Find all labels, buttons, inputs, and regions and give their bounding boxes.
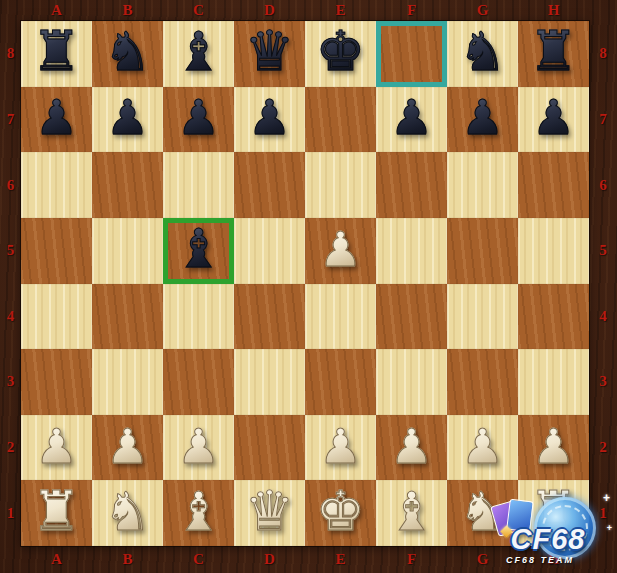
rank-label-right-5: 5 [589,218,617,284]
square-g3[interactable] [447,349,518,415]
rank-label-left-2: 2 [0,415,21,481]
file-label-top-c: C [163,0,234,21]
rank-label-left-7: 7 [0,87,21,153]
square-a6[interactable] [21,152,92,218]
piece-black-pawn[interactable]: ♟ [390,93,433,141]
square-c2[interactable]: ♟ [163,415,234,481]
cf68-team-text: CF68 TEAM [506,555,574,565]
piece-white-pawn[interactable]: ♟ [319,225,362,273]
rank-label-right-2: 2 [589,415,617,481]
piece-black-pawn[interactable]: ♟ [532,93,575,141]
square-b8[interactable]: ♞ [92,21,163,87]
piece-black-pawn[interactable]: ♟ [35,93,78,141]
square-h4[interactable] [518,284,589,350]
square-g4[interactable] [447,284,518,350]
rank-label-right-8: 8 [589,21,617,87]
file-label-bottom-d: D [234,546,305,573]
square-a5[interactable] [21,218,92,284]
square-c3[interactable] [163,349,234,415]
square-g2[interactable]: ♟ [447,415,518,481]
square-a8[interactable]: ♜ [21,21,92,87]
square-e7[interactable] [305,87,376,153]
square-a4[interactable] [21,284,92,350]
piece-white-rook[interactable]: ♜ [32,484,81,539]
cf68-watermark: CF68 CF68 TEAM + + [492,493,612,568]
square-e5[interactable]: ♟ [305,218,376,284]
file-label-top-f: F [376,0,447,21]
file-label-top-g: G [447,0,518,21]
rank-label-left-6: 6 [0,152,21,218]
square-d3[interactable] [234,349,305,415]
rank-label-left-4: 4 [0,284,21,350]
square-b4[interactable] [92,284,163,350]
piece-white-knight[interactable]: ♞ [104,485,152,538]
piece-black-king[interactable]: ♚ [316,24,365,79]
file-label-top-h: H [518,0,589,21]
square-d8[interactable]: ♛ [234,21,305,87]
square-f8-highlighted[interactable] [376,21,447,87]
piece-white-pawn[interactable]: ♟ [461,422,504,470]
piece-white-bishop[interactable]: ♝ [388,485,436,538]
piece-black-pawn[interactable]: ♟ [177,93,220,141]
square-b5[interactable] [92,218,163,284]
square-c6[interactable] [163,152,234,218]
square-h3[interactable] [518,349,589,415]
piece-white-pawn[interactable]: ♟ [35,422,78,470]
square-d6[interactable] [234,152,305,218]
square-c4[interactable] [163,284,234,350]
square-c5-highlighted[interactable]: ♝ [163,218,234,284]
square-f4[interactable] [376,284,447,350]
file-label-top-e: E [305,0,376,21]
piece-black-rook[interactable]: ♜ [529,24,578,79]
square-a3[interactable] [21,349,92,415]
file-labels-top: ABCDEFGH [21,0,589,21]
file-label-top-a: A [21,0,92,21]
piece-black-queen[interactable]: ♛ [245,24,294,79]
square-g8[interactable]: ♞ [447,21,518,87]
square-h5[interactable] [518,218,589,284]
piece-black-knight[interactable]: ♞ [104,25,152,78]
square-f2[interactable]: ♟ [376,415,447,481]
square-f1[interactable]: ♝ [376,480,447,546]
square-b1[interactable]: ♞ [92,480,163,546]
square-d2[interactable] [234,415,305,481]
square-g7[interactable]: ♟ [447,87,518,153]
piece-white-pawn[interactable]: ♟ [319,422,362,470]
rank-label-left-3: 3 [0,349,21,415]
square-f5[interactable] [376,218,447,284]
square-e2[interactable]: ♟ [305,415,376,481]
square-h2[interactable]: ♟ [518,415,589,481]
square-e1[interactable]: ♚ [305,480,376,546]
piece-black-pawn[interactable]: ♟ [248,93,291,141]
piece-white-queen[interactable]: ♛ [245,484,294,539]
square-e4[interactable] [305,284,376,350]
piece-white-pawn[interactable]: ♟ [177,422,220,470]
file-label-bottom-e: E [305,546,376,573]
piece-black-bishop[interactable]: ♝ [175,222,223,275]
square-c1[interactable]: ♝ [163,480,234,546]
piece-black-pawn[interactable]: ♟ [461,93,504,141]
square-f3[interactable] [376,349,447,415]
piece-white-bishop[interactable]: ♝ [175,485,223,538]
square-g5[interactable] [447,218,518,284]
rank-label-right-7: 7 [589,87,617,153]
piece-white-pawn[interactable]: ♟ [532,422,575,470]
square-d4[interactable] [234,284,305,350]
piece-black-pawn[interactable]: ♟ [106,93,149,141]
square-b7[interactable]: ♟ [92,87,163,153]
square-c8[interactable]: ♝ [163,21,234,87]
square-a1[interactable]: ♜ [21,480,92,546]
rank-label-left-5: 5 [0,218,21,284]
rank-label-right-3: 3 [589,349,617,415]
rank-label-right-4: 4 [589,284,617,350]
chess-board: ♜♞♝♛♚♞♜♟♟♟♟♟♟♟♝♟♟♟♟♟♟♟♟♜♞♝♛♚♝♞♜ [21,21,589,546]
rank-label-left-1: 1 [0,480,21,546]
rank-label-right-6: 6 [589,152,617,218]
file-label-bottom-f: F [376,546,447,573]
file-label-top-b: B [92,0,163,21]
square-h6[interactable] [518,152,589,218]
square-g6[interactable] [447,152,518,218]
sparkle-icon: + [603,491,610,505]
piece-white-pawn[interactable]: ♟ [390,422,433,470]
piece-black-rook[interactable]: ♜ [32,24,81,79]
square-d5[interactable] [234,218,305,284]
file-label-top-d: D [234,0,305,21]
rank-label-left-8: 8 [0,21,21,87]
square-h8[interactable]: ♜ [518,21,589,87]
square-a7[interactable]: ♟ [21,87,92,153]
square-b3[interactable] [92,349,163,415]
cf68-logo-text: CF68 [492,523,604,556]
rank-labels-left: 87654321 [0,21,21,546]
square-e3[interactable] [305,349,376,415]
square-a2[interactable]: ♟ [21,415,92,481]
sparkle-icon: + [607,523,612,533]
file-label-bottom-b: B [92,546,163,573]
square-b2[interactable]: ♟ [92,415,163,481]
square-h7[interactable]: ♟ [518,87,589,153]
file-label-bottom-a: A [21,546,92,573]
rank-labels-right: 87654321 [589,21,617,546]
square-d7[interactable]: ♟ [234,87,305,153]
chess-app-window: ABCDEFGH ABCDEFGH 87654321 87654321 ♜♞♝♛… [0,0,617,573]
piece-white-pawn[interactable]: ♟ [106,422,149,470]
file-label-bottom-c: C [163,546,234,573]
square-b6[interactable] [92,152,163,218]
piece-white-king[interactable]: ♚ [316,484,365,539]
piece-black-bishop[interactable]: ♝ [175,25,223,78]
square-e6[interactable] [305,152,376,218]
square-f6[interactable] [376,152,447,218]
square-d1[interactable]: ♛ [234,480,305,546]
piece-black-knight[interactable]: ♞ [459,25,507,78]
square-f7[interactable]: ♟ [376,87,447,153]
square-c7[interactable]: ♟ [163,87,234,153]
square-e8[interactable]: ♚ [305,21,376,87]
